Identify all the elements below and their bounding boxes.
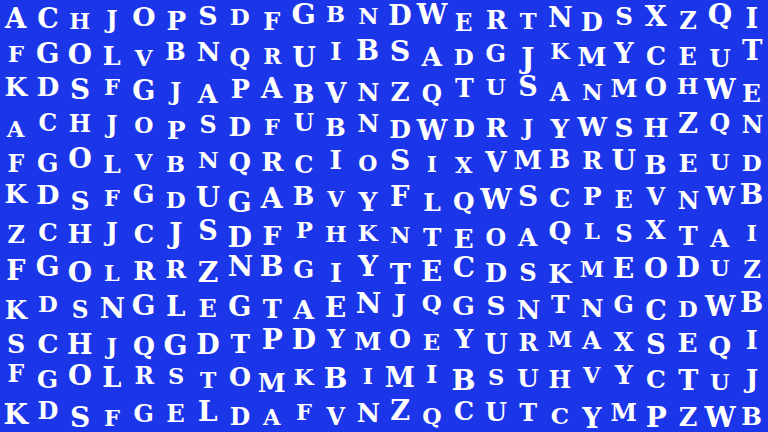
grid-cell[interactable]: G <box>128 396 160 432</box>
grid-cell[interactable]: D <box>192 324 224 360</box>
grid-cell[interactable]: V <box>128 36 160 72</box>
grid-cell[interactable]: E <box>672 36 704 72</box>
grid-cell[interactable]: W <box>704 396 736 432</box>
grid-cell[interactable]: I <box>320 252 352 288</box>
grid-cell[interactable]: D <box>32 288 64 324</box>
grid-cell[interactable]: W <box>416 108 448 144</box>
grid-cell[interactable]: M <box>384 360 416 396</box>
grid-cell[interactable]: N <box>672 180 704 216</box>
grid-cell[interactable]: Q <box>704 108 736 144</box>
grid-cell[interactable]: J <box>512 108 544 144</box>
grid-cell[interactable]: Q <box>416 72 448 108</box>
grid-cell[interactable]: S <box>512 180 544 216</box>
grid-cell[interactable]: O <box>384 324 416 360</box>
grid-cell[interactable]: D <box>448 108 480 144</box>
grid-cell[interactable]: O <box>640 252 672 288</box>
grid-cell[interactable]: Y <box>608 36 640 72</box>
grid-cell[interactable]: Q <box>704 0 736 36</box>
grid-cell[interactable]: W <box>576 108 608 144</box>
grid-cell[interactable]: N <box>384 216 416 252</box>
grid-cell[interactable]: B <box>160 144 192 180</box>
grid-cell[interactable]: Z <box>0 216 32 252</box>
grid-cell[interactable]: T <box>544 288 576 324</box>
grid-cell[interactable]: K <box>352 216 384 252</box>
grid-cell[interactable]: J <box>96 0 128 36</box>
grid-cell[interactable]: M <box>256 360 288 396</box>
grid-cell[interactable]: L <box>192 396 224 432</box>
grid-cell[interactable]: P <box>256 324 288 360</box>
grid-cell[interactable]: H <box>64 216 96 252</box>
grid-cell[interactable]: B <box>160 36 192 72</box>
grid-cell[interactable]: N <box>352 108 384 144</box>
grid-cell[interactable]: S <box>608 216 640 252</box>
grid-cell[interactable]: C <box>640 360 672 396</box>
grid-cell[interactable]: E <box>416 324 448 360</box>
grid-cell[interactable]: R <box>576 144 608 180</box>
grid-cell[interactable]: G <box>128 180 160 216</box>
grid-letter: I <box>363 365 373 387</box>
grid-cell[interactable]: L <box>160 288 192 324</box>
grid-cell[interactable]: N <box>192 36 224 72</box>
grid-cell[interactable]: S <box>160 360 192 396</box>
grid-cell[interactable]: Z <box>736 252 768 288</box>
grid-cell[interactable]: C <box>32 108 64 144</box>
grid-cell[interactable]: Q <box>448 180 480 216</box>
grid-cell[interactable]: E <box>160 396 192 432</box>
grid-cell[interactable]: F <box>96 180 128 216</box>
grid-cell[interactable]: C <box>288 144 320 180</box>
grid-cell[interactable]: M <box>544 324 576 360</box>
grid-cell[interactable]: C <box>640 36 672 72</box>
grid-cell[interactable]: P <box>224 72 256 108</box>
grid-cell[interactable]: A <box>704 216 736 252</box>
grid-cell[interactable]: P <box>640 396 672 432</box>
grid-cell[interactable]: G <box>160 324 192 360</box>
grid-cell[interactable]: O <box>128 0 160 36</box>
grid-cell[interactable]: U <box>480 396 512 432</box>
grid-cell[interactable]: G <box>32 36 64 72</box>
grid-cell[interactable]: B <box>288 72 320 108</box>
grid-letter: U <box>196 183 220 211</box>
grid-cell[interactable]: N <box>544 0 576 36</box>
grid-cell[interactable]: U <box>704 360 736 396</box>
grid-cell[interactable]: S <box>64 180 96 216</box>
grid-cell[interactable]: L <box>96 36 128 72</box>
grid-cell[interactable]: S <box>512 72 544 108</box>
grid-cell[interactable]: B <box>448 360 480 396</box>
grid-cell[interactable]: N <box>736 108 768 144</box>
grid-cell[interactable]: S <box>608 108 640 144</box>
grid-cell[interactable]: J <box>96 324 128 360</box>
grid-cell[interactable]: L <box>576 216 608 252</box>
grid-cell[interactable]: I <box>320 36 352 72</box>
grid-cell[interactable]: Z <box>672 108 704 144</box>
grid-cell[interactable]: Q <box>128 324 160 360</box>
grid-cell[interactable]: L <box>96 252 128 288</box>
grid-cell[interactable]: C <box>544 396 576 432</box>
grid-cell[interactable]: S <box>512 252 544 288</box>
grid-cell[interactable]: E <box>192 288 224 324</box>
grid-cell[interactable]: O <box>64 252 96 288</box>
grid-cell[interactable]: S <box>480 360 512 396</box>
grid-cell[interactable]: I <box>416 144 448 180</box>
grid-cell[interactable]: N <box>192 144 224 180</box>
grid-cell[interactable]: M <box>608 72 640 108</box>
grid-cell[interactable]: S <box>192 216 224 252</box>
grid-cell[interactable]: I <box>320 144 352 180</box>
grid-cell[interactable]: T <box>512 396 544 432</box>
grid-cell[interactable]: D <box>672 252 704 288</box>
grid-cell[interactable]: R <box>480 0 512 36</box>
grid-cell[interactable]: N <box>352 396 384 432</box>
grid-cell[interactable]: V <box>320 72 352 108</box>
grid-cell[interactable]: Z <box>672 0 704 36</box>
grid-cell[interactable]: G <box>32 360 64 396</box>
grid-cell[interactable]: C <box>448 396 480 432</box>
grid-cell[interactable]: W <box>704 72 736 108</box>
grid-cell[interactable]: W <box>480 180 512 216</box>
grid-cell[interactable]: D <box>32 180 64 216</box>
grid-letter: L <box>104 262 120 284</box>
grid-cell[interactable]: S <box>64 288 96 324</box>
grid-cell[interactable]: B <box>256 252 288 288</box>
grid-cell[interactable]: J <box>96 216 128 252</box>
grid-cell[interactable]: C <box>32 0 64 36</box>
grid-cell[interactable]: F <box>256 108 288 144</box>
grid-cell[interactable]: D <box>384 0 416 36</box>
grid-cell[interactable]: O <box>128 108 160 144</box>
grid-letter: M <box>258 370 286 395</box>
grid-cell[interactable]: O <box>64 36 96 72</box>
grid-cell[interactable]: U <box>192 180 224 216</box>
grid-cell[interactable]: I <box>736 216 768 252</box>
grid-cell[interactable]: Q <box>416 396 448 432</box>
grid-cell[interactable]: C <box>544 180 576 216</box>
grid-cell[interactable]: D <box>224 108 256 144</box>
grid-cell[interactable]: G <box>480 36 512 72</box>
grid-cell[interactable]: Z <box>384 72 416 108</box>
grid-cell[interactable]: V <box>320 180 352 216</box>
grid-cell[interactable]: G <box>288 252 320 288</box>
grid-cell[interactable]: N <box>96 288 128 324</box>
grid-cell[interactable]: N <box>576 72 608 108</box>
grid-cell[interactable]: T <box>224 324 256 360</box>
grid-cell[interactable]: I <box>736 324 768 360</box>
grid-cell[interactable]: U <box>608 144 640 180</box>
grid-cell[interactable]: K <box>0 180 32 216</box>
grid-cell[interactable]: N <box>512 288 544 324</box>
grid-cell[interactable]: R <box>256 144 288 180</box>
grid-cell[interactable]: G <box>32 144 64 180</box>
grid-cell[interactable]: V <box>576 360 608 396</box>
grid-cell[interactable]: S <box>640 324 672 360</box>
grid-cell[interactable]: J <box>96 108 128 144</box>
grid-cell[interactable]: Q <box>544 216 576 252</box>
grid-cell[interactable]: A <box>0 0 32 36</box>
grid-cell[interactable]: D <box>224 216 256 252</box>
grid-cell[interactable]: P <box>160 0 192 36</box>
grid-cell[interactable]: L <box>96 144 128 180</box>
grid-cell[interactable]: O <box>64 360 96 396</box>
grid-cell[interactable]: T <box>512 0 544 36</box>
grid-cell[interactable]: L <box>96 360 128 396</box>
grid-cell[interactable]: F <box>0 144 32 180</box>
grid-cell[interactable]: J <box>160 216 192 252</box>
grid-cell[interactable]: P <box>160 108 192 144</box>
grid-cell[interactable]: Y <box>576 396 608 432</box>
grid-cell[interactable]: S <box>0 324 32 360</box>
grid-cell[interactable]: B <box>320 108 352 144</box>
grid-cell[interactable]: A <box>256 180 288 216</box>
grid-cell[interactable]: D <box>224 0 256 36</box>
grid-cell[interactable]: P <box>576 180 608 216</box>
grid-cell[interactable]: U <box>480 324 512 360</box>
grid-cell[interactable]: W <box>704 180 736 216</box>
grid-cell[interactable]: A <box>576 324 608 360</box>
grid-cell[interactable]: T <box>256 288 288 324</box>
grid-cell[interactable]: P <box>288 216 320 252</box>
grid-cell[interactable]: C <box>640 288 672 324</box>
grid-cell[interactable]: N <box>224 252 256 288</box>
grid-cell[interactable]: A <box>0 108 32 144</box>
grid-cell[interactable]: F <box>96 396 128 432</box>
grid-cell[interactable]: K <box>544 252 576 288</box>
grid-cell[interactable]: V <box>640 180 672 216</box>
grid-cell[interactable]: M <box>608 396 640 432</box>
grid-cell[interactable]: F <box>0 360 32 396</box>
grid-cell[interactable]: C <box>128 216 160 252</box>
grid-cell[interactable]: J <box>736 360 768 396</box>
grid-cell[interactable]: Y <box>544 108 576 144</box>
grid-cell[interactable]: G <box>128 72 160 108</box>
grid-letter: G <box>486 41 507 65</box>
grid-cell[interactable]: B <box>736 180 768 216</box>
grid-cell[interactable]: U <box>288 36 320 72</box>
grid-cell[interactable]: I <box>352 360 384 396</box>
grid-cell[interactable]: A <box>288 288 320 324</box>
grid-cell[interactable]: E <box>736 72 768 108</box>
grid-cell[interactable]: A <box>192 72 224 108</box>
grid-cell[interactable]: L <box>416 180 448 216</box>
grid-cell[interactable]: F <box>256 0 288 36</box>
grid-cell[interactable]: R <box>480 108 512 144</box>
grid-cell[interactable]: E <box>672 144 704 180</box>
grid-cell[interactable]: C <box>32 324 64 360</box>
grid-cell[interactable]: K <box>544 36 576 72</box>
grid-cell[interactable]: R <box>256 36 288 72</box>
grid-cell[interactable]: T <box>416 216 448 252</box>
grid-cell[interactable]: N <box>352 0 384 36</box>
grid-cell[interactable]: S <box>64 396 96 432</box>
grid-cell[interactable]: O <box>64 144 96 180</box>
grid-cell[interactable]: E <box>416 252 448 288</box>
grid-cell[interactable]: Y <box>448 324 480 360</box>
grid-cell[interactable]: W <box>704 288 736 324</box>
grid-cell[interactable]: Y <box>352 252 384 288</box>
grid-cell[interactable]: M <box>352 324 384 360</box>
grid-cell[interactable]: X <box>640 0 672 36</box>
grid-cell[interactable]: E <box>320 288 352 324</box>
grid-cell[interactable]: G <box>608 288 640 324</box>
grid-cell[interactable]: U <box>704 36 736 72</box>
grid-cell[interactable]: M <box>576 252 608 288</box>
grid-cell[interactable]: B <box>352 36 384 72</box>
grid-cell[interactable]: F <box>384 180 416 216</box>
grid-cell[interactable]: D <box>32 72 64 108</box>
grid-cell[interactable]: G <box>224 288 256 324</box>
grid-cell[interactable]: T <box>384 252 416 288</box>
grid-cell[interactable]: D <box>672 288 704 324</box>
grid-cell[interactable]: R <box>128 360 160 396</box>
grid-cell[interactable]: S <box>608 0 640 36</box>
grid-cell[interactable]: H <box>320 216 352 252</box>
grid-cell[interactable]: A <box>256 72 288 108</box>
grid-cell[interactable]: X <box>608 324 640 360</box>
grid-cell[interactable]: E <box>448 0 480 36</box>
grid-cell[interactable]: K <box>288 360 320 396</box>
grid-cell[interactable]: U <box>704 144 736 180</box>
grid-cell[interactable]: D <box>736 144 768 180</box>
grid-cell[interactable]: H <box>640 108 672 144</box>
grid-cell[interactable]: G <box>288 0 320 36</box>
grid-cell[interactable]: B <box>320 0 352 36</box>
grid-cell[interactable]: F <box>0 252 32 288</box>
grid-cell[interactable]: A <box>512 216 544 252</box>
grid-cell[interactable]: J <box>384 288 416 324</box>
grid-cell[interactable]: A <box>416 36 448 72</box>
grid-cell[interactable]: S <box>192 108 224 144</box>
grid-letter: I <box>747 222 758 245</box>
grid-cell[interactable]: A <box>256 396 288 432</box>
grid-cell[interactable]: F <box>256 216 288 252</box>
grid-cell[interactable]: B <box>320 360 352 396</box>
grid-cell[interactable]: T <box>736 36 768 72</box>
grid-cell[interactable]: S <box>384 144 416 180</box>
grid-cell[interactable]: X <box>448 144 480 180</box>
grid-cell[interactable]: S <box>480 288 512 324</box>
grid-cell[interactable]: R <box>128 252 160 288</box>
grid-cell[interactable]: I <box>736 0 768 36</box>
grid-cell[interactable]: D <box>160 180 192 216</box>
grid-cell[interactable]: K <box>0 288 32 324</box>
grid-cell[interactable]: R <box>160 252 192 288</box>
grid-cell[interactable]: M <box>512 144 544 180</box>
grid-cell[interactable]: T <box>448 72 480 108</box>
grid-cell[interactable]: T <box>672 216 704 252</box>
grid-cell[interactable]: Z <box>672 396 704 432</box>
grid-cell[interactable]: D <box>288 324 320 360</box>
grid-cell[interactable]: U <box>288 108 320 144</box>
grid-cell[interactable]: X <box>640 216 672 252</box>
grid-cell[interactable]: U <box>480 72 512 108</box>
grid-cell[interactable]: D <box>448 36 480 72</box>
grid-cell[interactable]: N <box>352 288 384 324</box>
grid-cell[interactable]: E <box>448 216 480 252</box>
grid-cell[interactable]: T <box>672 360 704 396</box>
grid-cell[interactable]: E <box>672 324 704 360</box>
grid-cell[interactable]: W <box>416 0 448 36</box>
grid-cell[interactable]: K <box>0 396 32 432</box>
grid-cell[interactable]: Q <box>224 36 256 72</box>
grid-cell[interactable]: V <box>320 396 352 432</box>
grid-cell[interactable]: B <box>736 396 768 432</box>
grid-cell[interactable]: H <box>672 72 704 108</box>
grid-cell[interactable]: O <box>352 144 384 180</box>
grid-cell[interactable]: R <box>512 324 544 360</box>
grid-cell[interactable]: Q <box>224 144 256 180</box>
grid-letter: N <box>677 189 698 213</box>
grid-cell[interactable]: B <box>288 180 320 216</box>
grid-cell[interactable]: J <box>512 36 544 72</box>
grid-cell[interactable]: V <box>480 144 512 180</box>
grid-cell[interactable]: T <box>192 360 224 396</box>
grid-cell[interactable]: V <box>128 144 160 180</box>
grid-cell[interactable]: J <box>160 72 192 108</box>
grid-cell[interactable]: H <box>64 324 96 360</box>
grid-cell[interactable]: D <box>384 108 416 144</box>
grid-cell[interactable]: O <box>224 360 256 396</box>
grid-letter: Y <box>615 362 633 388</box>
grid-cell[interactable]: S <box>192 0 224 36</box>
grid-cell[interactable]: Y <box>608 360 640 396</box>
grid-cell[interactable]: U <box>704 252 736 288</box>
grid-cell[interactable]: G <box>448 288 480 324</box>
grid-cell[interactable]: B <box>544 144 576 180</box>
grid-cell[interactable]: B <box>640 144 672 180</box>
grid-cell[interactable]: H <box>64 108 96 144</box>
grid-cell[interactable]: H <box>544 360 576 396</box>
grid-cell[interactable]: D <box>32 396 64 432</box>
grid-cell[interactable]: S <box>64 72 96 108</box>
grid-cell[interactable]: G <box>224 180 256 216</box>
grid-cell[interactable]: K <box>0 72 32 108</box>
grid-cell[interactable]: F <box>288 396 320 432</box>
grid-cell[interactable]: M <box>576 36 608 72</box>
grid-cell[interactable]: S <box>384 36 416 72</box>
grid-cell[interactable]: D <box>224 396 256 432</box>
grid-cell[interactable]: B <box>736 288 768 324</box>
grid-letter: B <box>452 366 476 395</box>
grid-cell[interactable]: U <box>512 360 544 396</box>
grid-cell[interactable]: D <box>576 0 608 36</box>
grid-cell[interactable]: Z <box>192 252 224 288</box>
grid-cell[interactable]: N <box>352 72 384 108</box>
grid-cell[interactable]: A <box>544 72 576 108</box>
grid-cell[interactable]: E <box>608 180 640 216</box>
grid-cell[interactable]: F <box>96 72 128 108</box>
grid-cell[interactable]: Q <box>416 288 448 324</box>
grid-cell[interactable]: Q <box>704 324 736 360</box>
grid-letter: N <box>516 297 540 323</box>
grid-letter: P <box>645 403 666 431</box>
grid-cell[interactable]: I <box>416 360 448 396</box>
grid-cell[interactable]: D <box>480 252 512 288</box>
grid-cell[interactable]: O <box>480 216 512 252</box>
grid-cell[interactable]: Y <box>352 180 384 216</box>
grid-cell[interactable]: N <box>576 288 608 324</box>
grid-cell[interactable]: G <box>32 252 64 288</box>
grid-cell[interactable]: E <box>608 252 640 288</box>
grid-cell[interactable]: H <box>64 0 96 36</box>
grid-cell[interactable]: F <box>0 36 32 72</box>
grid-cell[interactable]: G <box>128 288 160 324</box>
grid-cell[interactable]: C <box>32 216 64 252</box>
grid-cell[interactable]: C <box>448 252 480 288</box>
grid-cell[interactable]: O <box>640 72 672 108</box>
grid-cell[interactable]: Z <box>384 396 416 432</box>
grid-letter: F <box>8 152 25 176</box>
grid-cell[interactable]: Y <box>320 324 352 360</box>
